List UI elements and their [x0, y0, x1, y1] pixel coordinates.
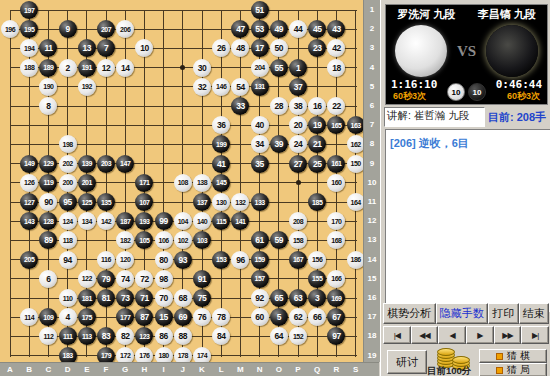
col-label-F: F [99, 365, 113, 375]
col-label-N: N [253, 365, 267, 375]
stone-move-167: 167 [289, 251, 307, 269]
stone-move-110: 110 [59, 289, 77, 307]
stone-move-34: 34 [251, 135, 269, 153]
stone-move-120: 120 [116, 251, 134, 269]
stone-move-163: 163 [347, 116, 365, 134]
stone-move-185: 185 [308, 193, 326, 211]
stone-move-159: 159 [251, 251, 269, 269]
stone-move-65: 65 [270, 289, 288, 307]
stone-move-124: 124 [59, 212, 77, 230]
stone-move-4: 4 [59, 308, 77, 326]
stone-move-208: 208 [289, 212, 307, 230]
stone-move-164: 164 [347, 193, 365, 211]
stone-move-191: 191 [78, 59, 96, 77]
row-label-16: 16 [365, 293, 379, 303]
stone-move-6: 6 [39, 270, 57, 288]
row-label-3: 3 [365, 43, 379, 53]
last-move-button[interactable]: ▶| [521, 326, 549, 344]
stone-move-161: 161 [327, 155, 345, 173]
stone-move-41: 41 [212, 155, 230, 173]
fast-back-button[interactable]: ◀◀ [411, 326, 439, 344]
end-button[interactable]: 结束 [519, 303, 550, 324]
col-label-P: P [291, 365, 305, 375]
col-label-K: K [195, 365, 209, 375]
stone-move-33: 33 [231, 97, 249, 115]
stone-move-171: 171 [135, 174, 153, 192]
row-label-2: 2 [365, 24, 379, 34]
stone-move-188: 188 [20, 59, 38, 77]
col-label-S: S [349, 365, 363, 375]
stone-move-157: 157 [251, 270, 269, 288]
stone-move-66: 66 [308, 308, 326, 326]
row-label-11: 11 [365, 197, 379, 207]
stone-move-127: 127 [20, 193, 38, 211]
stone-move-204: 204 [251, 59, 269, 77]
stone-move-13: 13 [78, 39, 96, 57]
row-label-12: 12 [365, 216, 379, 226]
stone-move-76: 76 [193, 308, 211, 326]
black-byoyomi: 60秒3次 [507, 90, 540, 103]
stone-move-153: 153 [212, 251, 230, 269]
stone-move-99: 99 [155, 212, 173, 230]
stone-move-149: 149 [20, 155, 38, 173]
stone-move-206: 206 [116, 20, 134, 38]
current-move-count: 目前: 208手 [488, 110, 546, 125]
stone-move-2: 2 [59, 59, 77, 77]
stone-move-42: 42 [327, 39, 345, 57]
commentator-field[interactable]: 讲解: 崔哲瀚 九段 [384, 107, 485, 127]
commentator-name: 崔哲瀚 九段 [414, 109, 469, 121]
stone-move-138: 138 [193, 174, 211, 192]
stone-move-123: 123 [135, 327, 153, 345]
back-button[interactable]: ◀ [438, 326, 466, 344]
stone-move-197: 197 [20, 1, 38, 19]
stone-move-68: 68 [174, 289, 192, 307]
stone-move-86: 86 [155, 327, 173, 345]
toolbar: 棋势分析 隐藏手数 打印 结束 [383, 303, 549, 324]
stone-move-83: 83 [97, 327, 115, 345]
stone-move-67: 67 [327, 308, 345, 326]
stone-move-152: 152 [289, 327, 307, 345]
stone-move-96: 96 [231, 251, 249, 269]
stone-move-189: 189 [39, 59, 57, 77]
analysis-button[interactable]: 棋势分析 [383, 303, 436, 324]
go-board[interactable]: 1975119619592072064753494445431941113710… [0, 0, 364, 362]
stone-move-155: 155 [308, 270, 326, 288]
stone-move-141: 141 [231, 212, 249, 230]
score-label: 目前100分 [427, 365, 471, 376]
stone-move-39: 39 [270, 135, 288, 153]
white-stone-counter: 10 [447, 83, 465, 101]
row-coordinate-strip: 12345678910111213141516171819 [363, 0, 380, 362]
stone-move-137: 137 [193, 193, 211, 211]
row-label-15: 15 [365, 274, 379, 284]
stone-move-81: 81 [97, 289, 115, 307]
stone-move-146: 146 [212, 78, 230, 96]
stone-move-131: 131 [251, 78, 269, 96]
stone-move-27: 27 [289, 155, 307, 173]
stone-move-93: 93 [174, 251, 192, 269]
stone-move-158: 158 [289, 231, 307, 249]
stone-move-70: 70 [155, 289, 173, 307]
stone-move-40: 40 [251, 116, 269, 134]
stone-move-50: 50 [270, 39, 288, 57]
col-label-H: H [137, 365, 151, 375]
stone-move-14: 14 [116, 59, 134, 77]
stone-move-55: 55 [270, 59, 288, 77]
black-stone-counter: 10 [468, 83, 486, 101]
stone-move-106: 106 [155, 231, 173, 249]
row-label-19: 19 [365, 351, 379, 361]
stone-move-25: 25 [308, 155, 326, 173]
column-coordinate-strip: ABCDEFGHIJKLMNOPQRS [0, 362, 379, 376]
col-label-I: I [157, 365, 171, 375]
stone-move-187: 187 [116, 212, 134, 230]
stone-move-95: 95 [59, 193, 77, 211]
stone-move-203: 203 [97, 155, 115, 173]
stone-move-5: 5 [270, 308, 288, 326]
row-label-6: 6 [365, 101, 379, 111]
stone-move-182: 182 [116, 231, 134, 249]
black-player-name: 李昌镐 九段 [478, 7, 536, 22]
col-label-E: E [80, 365, 94, 375]
col-label-R: R [329, 365, 343, 375]
stone-move-54: 54 [231, 78, 249, 96]
stone-move-32: 32 [193, 78, 211, 96]
stone-move-22: 22 [327, 97, 345, 115]
stone-move-103: 103 [193, 231, 211, 249]
stone-move-97: 97 [327, 327, 345, 345]
stone-move-160: 160 [327, 174, 345, 192]
stone-move-51: 51 [251, 1, 269, 19]
stone-move-7: 7 [97, 39, 115, 57]
stone-move-194: 194 [20, 39, 38, 57]
stone-move-62: 62 [289, 308, 307, 326]
stone-move-169: 169 [327, 289, 345, 307]
star-point [180, 65, 185, 70]
row-label-9: 9 [365, 159, 379, 169]
stone-move-21: 21 [308, 135, 326, 153]
row-label-10: 10 [365, 178, 379, 188]
stone-move-20: 20 [289, 116, 307, 134]
row-label-8: 8 [365, 139, 379, 149]
stone-move-205: 205 [20, 251, 38, 269]
stone-move-111: 111 [59, 327, 77, 345]
go-broadcast-window: 1975119619592072064753494445431941113710… [0, 0, 550, 376]
stone-move-35: 35 [251, 155, 269, 173]
stone-move-201: 201 [78, 174, 96, 192]
white-player-name: 罗洗河 九段 [397, 7, 455, 22]
stone-move-15: 15 [155, 308, 173, 326]
stone-move-47: 47 [231, 20, 249, 38]
stone-move-132: 132 [231, 193, 249, 211]
stone-move-53: 53 [251, 20, 269, 38]
orange-bullet-icon [496, 367, 503, 374]
stone-move-195: 195 [20, 20, 38, 38]
stone-move-105: 105 [135, 231, 153, 249]
gold-coins-icon [437, 348, 477, 365]
col-label-Q: Q [310, 365, 324, 375]
stone-move-8: 8 [39, 97, 57, 115]
stone-move-108: 108 [174, 174, 192, 192]
stone-move-202: 202 [59, 155, 77, 173]
stone-move-38: 38 [289, 97, 307, 115]
stone-move-78: 78 [212, 308, 230, 326]
hide-move-numbers-button[interactable]: 隐藏手数 [436, 303, 489, 324]
stone-move-199: 199 [212, 135, 230, 153]
stone-move-118: 118 [59, 231, 77, 249]
stone-move-69: 69 [174, 308, 192, 326]
stone-move-60: 60 [251, 308, 269, 326]
stone-move-72: 72 [135, 270, 153, 288]
stone-move-80: 80 [155, 251, 173, 269]
stone-move-156: 156 [308, 251, 326, 269]
row-label-4: 4 [365, 63, 379, 73]
stone-move-107: 107 [135, 193, 153, 211]
col-label-J: J [176, 365, 190, 375]
stone-move-116: 116 [97, 251, 115, 269]
col-label-M: M [233, 365, 247, 375]
stone-move-17: 17 [251, 39, 269, 57]
stone-move-84: 84 [212, 327, 230, 345]
stone-move-92: 92 [251, 289, 269, 307]
stone-move-122: 122 [78, 270, 96, 288]
stone-move-125: 125 [78, 193, 96, 211]
stone-move-115: 115 [212, 212, 230, 230]
stone-move-71: 71 [135, 289, 153, 307]
stone-move-98: 98 [155, 270, 173, 288]
col-label-B: B [22, 365, 36, 375]
stone-move-26: 26 [212, 39, 230, 57]
stone-move-150: 150 [347, 155, 365, 173]
stone-move-109: 109 [39, 308, 57, 326]
stone-move-36: 36 [212, 116, 230, 134]
move-navigation-bar: |◀ ◀◀ ◀ ▶ ▶▶ ▶| [383, 326, 549, 344]
stone-move-45: 45 [308, 20, 326, 38]
stone-move-89: 89 [39, 231, 57, 249]
col-label-L: L [214, 365, 228, 375]
stone-move-112: 112 [39, 327, 57, 345]
stone-move-91: 91 [193, 270, 211, 288]
row-label-14: 14 [365, 255, 379, 265]
stone-move-23: 23 [308, 39, 326, 57]
stone-move-10: 10 [135, 39, 153, 57]
stone-move-128: 128 [39, 212, 57, 230]
stone-move-49: 49 [270, 20, 288, 38]
stone-move-63: 63 [289, 289, 307, 307]
stone-move-198: 198 [59, 135, 77, 153]
black-player-avatar [486, 25, 538, 77]
stone-move-28: 28 [270, 97, 288, 115]
stone-move-168: 168 [327, 231, 345, 249]
col-label-O: O [272, 365, 286, 375]
stone-move-12: 12 [97, 59, 115, 77]
stone-move-170: 170 [327, 212, 345, 230]
row-label-17: 17 [365, 312, 379, 322]
stone-move-43: 43 [327, 20, 345, 38]
board-area: 1975119619592072064753494445431941113710… [0, 0, 380, 376]
col-label-C: C [41, 365, 55, 375]
row-label-1: 1 [365, 5, 379, 15]
stone-move-196: 196 [1, 20, 19, 38]
player-names-row: 罗洗河 九段 李昌镐 九段 [386, 7, 547, 22]
stone-move-3: 3 [308, 289, 326, 307]
stone-move-165: 165 [327, 116, 345, 134]
stone-move-48: 48 [231, 39, 249, 57]
guess-move-button[interactable]: 猜 棋 [479, 349, 547, 363]
stone-move-130: 130 [212, 193, 230, 211]
comment-list[interactable]: [206] 逆收，6目 [385, 129, 550, 312]
col-label-D: D [61, 365, 75, 375]
white-byoyomi: 60秒3次 [393, 90, 426, 103]
stone-move-177: 177 [116, 308, 134, 326]
stone-move-102: 102 [174, 231, 192, 249]
stone-move-37: 37 [289, 78, 307, 96]
stone-move-30: 30 [193, 59, 211, 77]
player-info-box: 罗洗河 九段 李昌镐 九段 VS 1:16:10 0:46:44 10 10 6… [385, 4, 548, 105]
star-point [296, 180, 301, 185]
guess-game-button[interactable]: 猜 局 [479, 363, 547, 376]
row-label-13: 13 [365, 235, 379, 245]
comment-line: [206] 逆收，6目 [390, 136, 549, 151]
stone-move-129: 129 [39, 155, 57, 173]
stone-move-19: 19 [308, 116, 326, 134]
fast-forward-button[interactable]: ▶▶ [494, 326, 522, 344]
stone-move-113: 113 [78, 327, 96, 345]
stone-move-119: 119 [39, 174, 57, 192]
stone-move-166: 166 [327, 270, 345, 288]
side-panel: 罗洗河 九段 李昌镐 九段 VS 1:16:10 0:46:44 10 10 6… [380, 0, 550, 376]
stone-move-147: 147 [116, 155, 134, 173]
stone-move-145: 145 [212, 174, 230, 192]
forward-button[interactable]: ▶ [466, 326, 494, 344]
stone-move-9: 9 [59, 20, 77, 38]
stone-move-181: 181 [78, 289, 96, 307]
stone-move-140: 140 [193, 212, 211, 230]
discuss-button[interactable]: 研讨 [387, 350, 427, 374]
stone-move-88: 88 [174, 327, 192, 345]
stone-move-190: 190 [39, 78, 57, 96]
stone-move-94: 94 [59, 251, 77, 269]
stone-move-186: 186 [347, 251, 365, 269]
footer-bar: 研讨 目前100分 猜 棋 猜 局 [381, 346, 550, 376]
commentary-label: 讲解: [387, 109, 411, 121]
stone-move-114: 114 [20, 308, 38, 326]
stone-move-73: 73 [116, 289, 134, 307]
stone-move-24: 24 [289, 135, 307, 153]
stone-move-16: 16 [308, 97, 326, 115]
orange-bullet-icon [496, 353, 503, 360]
stone-move-142: 142 [97, 212, 115, 230]
stone-move-90: 90 [39, 193, 57, 211]
commentary-row: 讲解: 崔哲瀚 九段 目前: 208手 [384, 107, 548, 127]
first-move-button[interactable]: |◀ [383, 326, 411, 344]
stone-move-207: 207 [97, 20, 115, 38]
stone-move-79: 79 [97, 270, 115, 288]
stone-move-192: 192 [78, 78, 96, 96]
stone-move-133: 133 [251, 193, 269, 211]
stone-move-11: 11 [39, 39, 57, 57]
stone-move-59: 59 [270, 231, 288, 249]
col-label-A: A [3, 365, 17, 375]
stone-move-139: 139 [78, 155, 96, 173]
col-label-G: G [118, 365, 132, 375]
stone-move-143: 143 [20, 212, 38, 230]
stone-move-134: 134 [78, 212, 96, 230]
stone-move-74: 74 [116, 270, 134, 288]
stone-move-44: 44 [289, 20, 307, 38]
stone-move-162: 162 [347, 135, 365, 153]
stone-move-18: 18 [327, 59, 345, 77]
stone-move-82: 82 [116, 327, 134, 345]
row-label-7: 7 [365, 120, 379, 130]
stone-move-193: 193 [135, 212, 153, 230]
row-label-5: 5 [365, 82, 379, 92]
print-button[interactable]: 打印 [488, 303, 519, 324]
stone-move-200: 200 [59, 174, 77, 192]
stone-move-104: 104 [174, 212, 192, 230]
stone-move-1: 1 [289, 59, 307, 77]
stone-move-175: 175 [78, 308, 96, 326]
row-label-18: 18 [365, 331, 379, 341]
stone-move-75: 75 [193, 289, 211, 307]
stone-move-126: 126 [20, 174, 38, 192]
stone-move-87: 87 [135, 308, 153, 326]
stone-move-135: 135 [97, 193, 115, 211]
stone-move-61: 61 [251, 231, 269, 249]
stone-move-64: 64 [270, 327, 288, 345]
